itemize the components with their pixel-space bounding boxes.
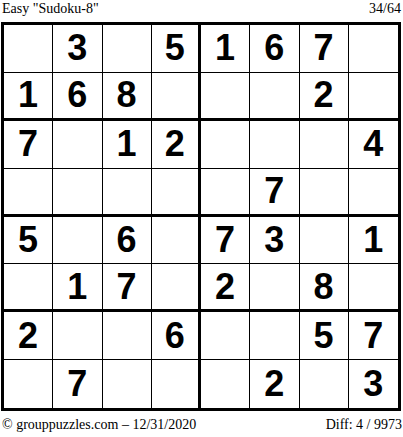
cell-r5c7[interactable] [300,217,349,265]
cell-r6c7: 8 [300,264,349,312]
given-digit: 5 [18,222,38,258]
page-footer: © grouppuzzles.com – 12/31/2020 Diff: 4 … [2,417,402,433]
given-digit: 5 [314,318,334,354]
cell-r6c4[interactable] [152,264,201,312]
cell-r8c3[interactable] [103,360,152,408]
cell-r8c7[interactable] [300,360,349,408]
given-digit: 7 [67,366,87,402]
cell-r5c6: 3 [250,217,299,265]
cell-r1c7: 7 [300,25,349,73]
cell-r1c1[interactable] [4,25,53,73]
cell-r2c4[interactable] [152,73,201,121]
given-digit: 1 [67,269,87,305]
cell-r3c5[interactable] [201,121,250,169]
cell-r3c8: 4 [349,121,398,169]
given-digit: 1 [363,222,383,258]
cell-r1c6: 6 [250,25,299,73]
cell-r5c2[interactable] [53,217,102,265]
cell-r7c1: 2 [4,312,53,360]
difficulty-text: Diff: 4 / 9973 [326,417,402,433]
cell-r1c3[interactable] [103,25,152,73]
cell-r2c6[interactable] [250,73,299,121]
given-digit: 7 [264,173,284,209]
cell-r2c2: 6 [53,73,102,121]
given-digit: 7 [117,269,137,305]
cell-r1c4: 5 [152,25,201,73]
cell-r7c7: 5 [300,312,349,360]
cell-r7c8: 7 [349,312,398,360]
cell-r5c4[interactable] [152,217,201,265]
cell-r4c4[interactable] [152,169,201,217]
given-digit: 7 [363,318,383,354]
given-digit: 6 [67,77,87,113]
cell-r3c4: 2 [152,121,201,169]
cell-r4c1[interactable] [4,169,53,217]
cell-r6c2: 1 [53,264,102,312]
page-header: Easy "Sudoku-8" 34/64 [2,1,401,17]
cell-r7c6[interactable] [250,312,299,360]
given-digit: 8 [314,269,334,305]
given-digit: 2 [18,318,38,354]
cell-r2c8[interactable] [349,73,398,121]
cell-r8c8: 3 [349,360,398,408]
puzzle-title: Easy "Sudoku-8" [2,1,99,17]
given-digit: 3 [264,222,284,258]
given-digit: 2 [264,366,284,402]
cell-r5c5: 7 [201,217,250,265]
cell-r5c1: 5 [4,217,53,265]
given-digit: 6 [165,318,185,354]
given-digit: 5 [165,30,185,66]
given-digit: 6 [264,30,284,66]
given-digit: 1 [117,126,137,162]
given-digit: 2 [314,77,334,113]
cell-r8c4[interactable] [152,360,201,408]
given-digit: 3 [363,366,383,402]
cell-r8c1[interactable] [4,360,53,408]
cell-r6c8[interactable] [349,264,398,312]
given-digit: 2 [215,269,235,305]
cell-r3c1: 7 [4,121,53,169]
given-digit: 6 [117,222,137,258]
given-digit: 7 [18,126,38,162]
cell-r6c5: 2 [201,264,250,312]
cell-r4c8[interactable] [349,169,398,217]
cell-r3c3: 1 [103,121,152,169]
cell-r3c7[interactable] [300,121,349,169]
cell-r1c8[interactable] [349,25,398,73]
cell-r4c7[interactable] [300,169,349,217]
cell-r2c3: 8 [103,73,152,121]
cell-r5c3: 6 [103,217,152,265]
copyright-text: © grouppuzzles.com – 12/31/2020 [2,417,196,433]
cell-r2c1: 1 [4,73,53,121]
cell-r5c8: 1 [349,217,398,265]
cell-r6c1[interactable] [4,264,53,312]
cell-r7c2[interactable] [53,312,102,360]
cell-r1c2: 3 [53,25,102,73]
given-digit: 2 [165,126,185,162]
cell-r7c4: 6 [152,312,201,360]
cell-r8c5[interactable] [201,360,250,408]
cell-r8c2: 7 [53,360,102,408]
cell-r7c5[interactable] [201,312,250,360]
cell-r7c3[interactable] [103,312,152,360]
cell-r2c5[interactable] [201,73,250,121]
cell-r3c6[interactable] [250,121,299,169]
given-digit: 4 [363,126,383,162]
given-digit: 1 [215,30,235,66]
given-digit: 7 [314,30,334,66]
sudoku-board: 351671682712475673117282657723 [1,22,401,411]
cell-r4c2[interactable] [53,169,102,217]
cell-r3c2[interactable] [53,121,102,169]
cell-r4c3[interactable] [103,169,152,217]
cell-counter: 34/64 [369,1,401,17]
given-digit: 3 [67,30,87,66]
given-digit: 1 [18,77,38,113]
cell-r8c6: 2 [250,360,299,408]
given-digit: 8 [117,77,137,113]
cell-r4c5[interactable] [201,169,250,217]
cell-r1c5: 1 [201,25,250,73]
given-digit: 7 [215,222,235,258]
cell-r2c7: 2 [300,73,349,121]
cell-r6c6[interactable] [250,264,299,312]
cell-r6c3: 7 [103,264,152,312]
cell-r4c6: 7 [250,169,299,217]
